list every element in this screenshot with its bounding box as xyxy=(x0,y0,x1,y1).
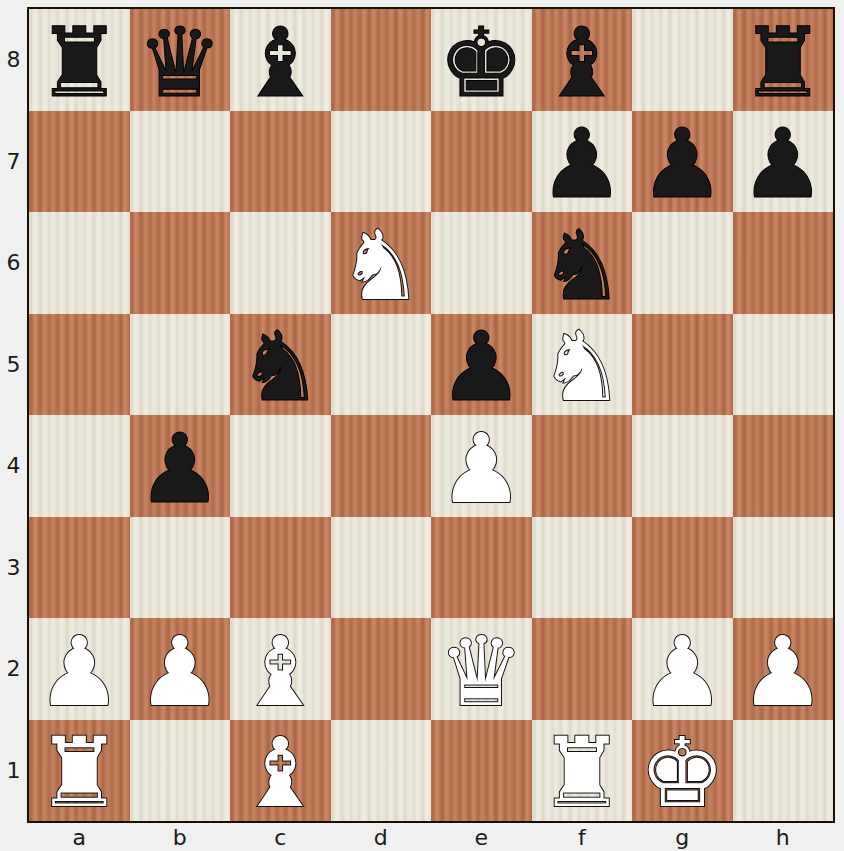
black-pawn-e5[interactable]: ♟ xyxy=(438,319,524,415)
file-labels: abcdefgh xyxy=(29,823,833,851)
square-a2[interactable]: ♟ xyxy=(29,618,130,720)
square-f2[interactable] xyxy=(532,618,633,720)
square-e6[interactable] xyxy=(431,212,532,314)
square-a5[interactable] xyxy=(29,314,130,416)
white-knight-f5[interactable]: ♞ xyxy=(539,319,625,415)
rank-label-3: 3 xyxy=(0,517,27,619)
square-a1[interactable]: ♜ xyxy=(29,720,130,822)
white-rook-a1[interactable]: ♜ xyxy=(36,725,122,821)
square-f7[interactable]: ♟ xyxy=(532,111,633,213)
square-e1[interactable] xyxy=(431,720,532,822)
square-b8[interactable]: ♛ xyxy=(130,9,231,111)
file-label-b: b xyxy=(130,823,231,851)
square-h6[interactable] xyxy=(733,212,834,314)
black-rook-h8[interactable]: ♜ xyxy=(740,15,826,111)
rank-label-6: 6 xyxy=(0,212,27,314)
square-d8[interactable] xyxy=(331,9,432,111)
square-a4[interactable] xyxy=(29,415,130,517)
square-e7[interactable] xyxy=(431,111,532,213)
square-f4[interactable] xyxy=(532,415,633,517)
square-g8[interactable] xyxy=(632,9,733,111)
rank-label-1: 1 xyxy=(0,720,27,822)
square-b5[interactable] xyxy=(130,314,231,416)
square-h8[interactable]: ♜ xyxy=(733,9,834,111)
square-b4[interactable]: ♟ xyxy=(130,415,231,517)
chess-board: ♜♛♝♚♝♜♟♟♟♞♞♞♟♞♟♟♟♟♝♛♟♟♜♝♜♚ xyxy=(29,9,833,821)
square-e5[interactable]: ♟ xyxy=(431,314,532,416)
rank-labels: 87654321 xyxy=(0,9,27,821)
white-pawn-b2[interactable]: ♟ xyxy=(137,624,223,720)
square-g1[interactable]: ♚ xyxy=(632,720,733,822)
white-pawn-g2[interactable]: ♟ xyxy=(639,624,725,720)
rank-label-5: 5 xyxy=(0,314,27,416)
file-label-f: f xyxy=(532,823,633,851)
square-f8[interactable]: ♝ xyxy=(532,9,633,111)
square-g6[interactable] xyxy=(632,212,733,314)
square-c2[interactable]: ♝ xyxy=(230,618,331,720)
square-g2[interactable]: ♟ xyxy=(632,618,733,720)
square-c3[interactable] xyxy=(230,517,331,619)
square-e8[interactable]: ♚ xyxy=(431,9,532,111)
square-f5[interactable]: ♞ xyxy=(532,314,633,416)
black-knight-f6[interactable]: ♞ xyxy=(539,218,625,314)
square-e4[interactable]: ♟ xyxy=(431,415,532,517)
square-h5[interactable] xyxy=(733,314,834,416)
square-a7[interactable] xyxy=(29,111,130,213)
white-knight-d6[interactable]: ♞ xyxy=(338,218,424,314)
rank-label-2: 2 xyxy=(0,618,27,720)
file-label-a: a xyxy=(29,823,130,851)
rank-label-8: 8 xyxy=(0,9,27,111)
square-b7[interactable] xyxy=(130,111,231,213)
black-bishop-c8[interactable]: ♝ xyxy=(237,15,323,111)
square-a3[interactable] xyxy=(29,517,130,619)
white-king-g1[interactable]: ♚ xyxy=(639,725,725,821)
white-rook-f1[interactable]: ♜ xyxy=(539,725,625,821)
square-d1[interactable] xyxy=(331,720,432,822)
black-pawn-g7[interactable]: ♟ xyxy=(639,116,725,212)
square-e3[interactable] xyxy=(431,517,532,619)
square-c6[interactable] xyxy=(230,212,331,314)
square-d5[interactable] xyxy=(331,314,432,416)
square-d4[interactable] xyxy=(331,415,432,517)
white-queen-e2[interactable]: ♛ xyxy=(438,624,524,720)
square-d7[interactable] xyxy=(331,111,432,213)
square-c4[interactable] xyxy=(230,415,331,517)
black-pawn-f7[interactable]: ♟ xyxy=(539,116,625,212)
chess-board-frame: ♜♛♝♚♝♜♟♟♟♞♞♞♟♞♟♟♟♟♝♛♟♟♜♝♜♚ xyxy=(27,7,835,823)
file-label-c: c xyxy=(230,823,331,851)
black-knight-c5[interactable]: ♞ xyxy=(237,319,323,415)
white-pawn-a2[interactable]: ♟ xyxy=(36,624,122,720)
square-d6[interactable]: ♞ xyxy=(331,212,432,314)
square-c8[interactable]: ♝ xyxy=(230,9,331,111)
square-c1[interactable]: ♝ xyxy=(230,720,331,822)
black-pawn-h7[interactable]: ♟ xyxy=(740,116,826,212)
square-h3[interactable] xyxy=(733,517,834,619)
black-queen-b8[interactable]: ♛ xyxy=(137,15,223,111)
square-e2[interactable]: ♛ xyxy=(431,618,532,720)
square-d3[interactable] xyxy=(331,517,432,619)
white-bishop-c2[interactable]: ♝ xyxy=(237,624,323,720)
square-g5[interactable] xyxy=(632,314,733,416)
square-h1[interactable] xyxy=(733,720,834,822)
square-h7[interactable]: ♟ xyxy=(733,111,834,213)
white-bishop-c1[interactable]: ♝ xyxy=(237,725,323,821)
file-label-e: e xyxy=(431,823,532,851)
black-pawn-b4[interactable]: ♟ xyxy=(137,421,223,517)
square-b1[interactable] xyxy=(130,720,231,822)
square-a8[interactable]: ♜ xyxy=(29,9,130,111)
square-d2[interactable] xyxy=(331,618,432,720)
black-king-e8[interactable]: ♚ xyxy=(438,15,524,111)
file-label-g: g xyxy=(632,823,733,851)
square-b3[interactable] xyxy=(130,517,231,619)
square-g3[interactable] xyxy=(632,517,733,619)
square-c5[interactable]: ♞ xyxy=(230,314,331,416)
square-f3[interactable] xyxy=(532,517,633,619)
square-f1[interactable]: ♜ xyxy=(532,720,633,822)
square-b6[interactable] xyxy=(130,212,231,314)
white-pawn-h2[interactable]: ♟ xyxy=(740,624,826,720)
file-label-h: h xyxy=(733,823,834,851)
square-g4[interactable] xyxy=(632,415,733,517)
square-f6[interactable]: ♞ xyxy=(532,212,633,314)
square-g7[interactable]: ♟ xyxy=(632,111,733,213)
rank-label-7: 7 xyxy=(0,111,27,213)
black-bishop-f8[interactable]: ♝ xyxy=(539,15,625,111)
black-rook-a8[interactable]: ♜ xyxy=(36,15,122,111)
square-a6[interactable] xyxy=(29,212,130,314)
square-b2[interactable]: ♟ xyxy=(130,618,231,720)
square-h2[interactable]: ♟ xyxy=(733,618,834,720)
square-c7[interactable] xyxy=(230,111,331,213)
white-pawn-e4[interactable]: ♟ xyxy=(438,421,524,517)
square-h4[interactable] xyxy=(733,415,834,517)
rank-label-4: 4 xyxy=(0,415,27,517)
file-label-d: d xyxy=(331,823,432,851)
